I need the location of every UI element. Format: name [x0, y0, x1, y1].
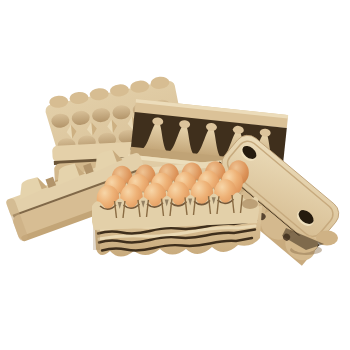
egg-carton-photo — [0, 0, 350, 350]
photo-stage — [0, 0, 350, 350]
empty-cup — [242, 199, 258, 209]
